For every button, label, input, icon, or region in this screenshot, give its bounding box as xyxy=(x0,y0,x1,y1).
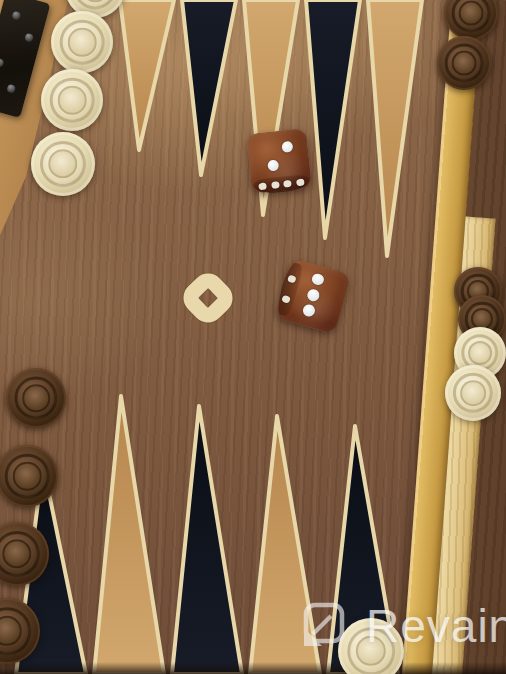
die-side-face xyxy=(274,261,303,318)
die-pip xyxy=(306,288,321,303)
die-pip xyxy=(281,141,294,154)
die-showing-2 xyxy=(246,128,312,194)
die-pip xyxy=(296,178,304,186)
die-pip xyxy=(258,182,266,190)
die-pip xyxy=(271,181,279,189)
die-pip xyxy=(267,159,280,172)
die-showing-3 xyxy=(275,258,352,335)
die-pip xyxy=(311,272,326,287)
die-pip xyxy=(283,180,291,188)
backgammon-photo-scene: Revain xyxy=(0,0,506,674)
die-pip xyxy=(302,303,317,318)
die-pip xyxy=(282,294,292,303)
dice-layer xyxy=(0,0,506,674)
die-side-face xyxy=(253,174,310,195)
die-pip xyxy=(287,274,297,283)
